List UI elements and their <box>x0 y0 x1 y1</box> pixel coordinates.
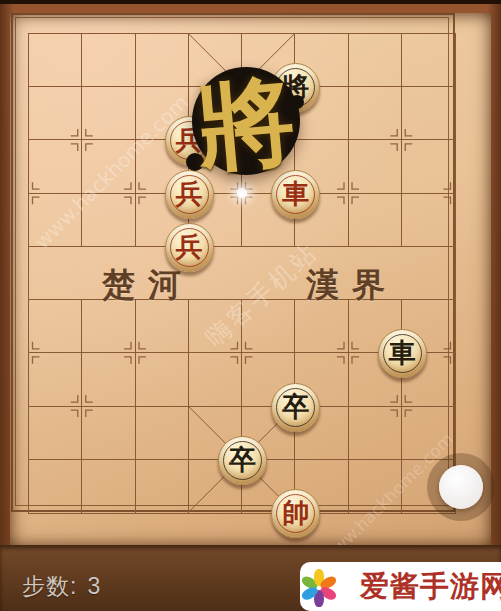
piece-glyph: 車 <box>282 181 309 208</box>
board-cell <box>189 353 242 406</box>
board-cell <box>349 34 402 87</box>
board-cell <box>82 194 135 247</box>
board-cell <box>402 194 455 247</box>
floating-circle-button[interactable] <box>439 465 483 509</box>
piece-glyph: 帥 <box>282 500 309 527</box>
board-cell <box>136 407 189 460</box>
piece-glyph: 卒 <box>229 447 256 474</box>
logo-flower-icon <box>318 587 320 589</box>
board-cell <box>82 87 135 140</box>
board-cell <box>242 300 295 353</box>
piece-red-soldier-2[interactable]: 兵 <box>165 170 214 219</box>
board-cell <box>29 247 82 300</box>
piece-glyph: 卒 <box>282 394 309 421</box>
logo-text: 爱酱手游网 <box>360 567 501 607</box>
piece-glyph: 兵 <box>176 234 203 261</box>
steps-counter: 步数:3 <box>22 571 101 602</box>
board-cell <box>402 140 455 193</box>
board-cell <box>402 87 455 140</box>
board-cell <box>82 300 135 353</box>
board-cell <box>29 353 82 406</box>
board-cell <box>349 87 402 140</box>
piece-black-chariot[interactable]: 車 <box>378 329 427 378</box>
board-cell <box>136 353 189 406</box>
board-cell <box>29 34 82 87</box>
board-cell <box>349 460 402 513</box>
board-cell <box>189 34 242 87</box>
site-logo: 爱酱手游网 <box>300 562 501 611</box>
board-cell <box>82 34 135 87</box>
board-cell <box>136 34 189 87</box>
board-cell <box>29 407 82 460</box>
board-cell <box>136 460 189 513</box>
piece-red-chariot[interactable]: 車 <box>271 170 320 219</box>
board-cell <box>402 247 455 300</box>
board-cell <box>29 460 82 513</box>
board-cell <box>349 140 402 193</box>
board-cell <box>82 460 135 513</box>
piece-glyph: 兵 <box>176 127 203 154</box>
piece-glyph: 兵 <box>176 181 203 208</box>
piece-red-soldier-1[interactable]: 兵 <box>165 116 214 165</box>
board-cell <box>402 34 455 87</box>
board-cell <box>82 353 135 406</box>
board-cell <box>29 300 82 353</box>
board-cell <box>349 194 402 247</box>
piece-red-soldier-3[interactable]: 兵 <box>165 223 214 272</box>
move-highlight-dot <box>237 188 247 198</box>
board-cell <box>82 140 135 193</box>
board-cell <box>136 300 189 353</box>
board-cell <box>295 300 348 353</box>
steps-value: 3 <box>87 573 101 599</box>
board-cell <box>242 247 295 300</box>
board-cell <box>82 407 135 460</box>
board-cell <box>189 300 242 353</box>
piece-black-soldier-1[interactable]: 卒 <box>271 383 320 432</box>
piece-black-soldier-2[interactable]: 卒 <box>218 436 267 485</box>
steps-label: 步数: <box>22 573 77 599</box>
board-cell <box>29 194 82 247</box>
board-cell <box>29 140 82 193</box>
piece-glyph: 車 <box>389 340 416 367</box>
board-cell <box>349 407 402 460</box>
board-cell <box>29 87 82 140</box>
board-cell <box>402 407 455 460</box>
piece-glyph: 將 <box>282 74 309 101</box>
piece-red-general[interactable]: 帥 <box>271 489 320 538</box>
river-label-han-jie: 漢界 <box>306 263 398 308</box>
